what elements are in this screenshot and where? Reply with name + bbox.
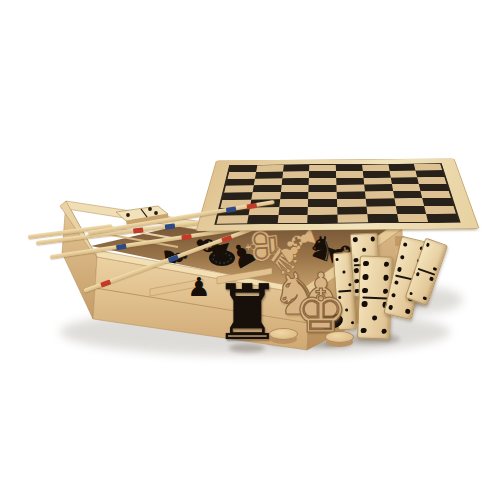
domino-pip bbox=[394, 280, 399, 285]
domino-pip bbox=[351, 321, 354, 324]
domino-pip bbox=[391, 292, 396, 297]
board-square bbox=[247, 215, 278, 223]
domino-pip bbox=[381, 329, 386, 334]
domino-pip bbox=[362, 247, 367, 252]
board-square bbox=[426, 213, 458, 221]
domino-pip bbox=[362, 288, 367, 293]
checkerboard-lid bbox=[196, 159, 480, 232]
domino-pip bbox=[363, 261, 368, 266]
domino-pip bbox=[362, 301, 367, 306]
box-left-face bbox=[62, 201, 97, 319]
domino-pip bbox=[433, 267, 438, 272]
domino-pip bbox=[397, 267, 402, 272]
domino-pip bbox=[335, 258, 338, 261]
domino-pip bbox=[405, 309, 410, 314]
domino-pip bbox=[423, 296, 428, 301]
board-grid bbox=[214, 163, 460, 224]
domino-pip bbox=[409, 291, 414, 296]
domino-pip bbox=[342, 271, 345, 274]
domino-pip bbox=[354, 268, 359, 273]
product-photo-games-box: ♟♝♟♚♛♝♟♞♝ ♟ ♜♞♟♚ bbox=[0, 0, 500, 500]
domino-pip bbox=[402, 242, 407, 247]
board-square bbox=[308, 207, 338, 215]
domino-pip bbox=[399, 254, 404, 259]
domino-pip bbox=[353, 237, 358, 242]
domino-pip bbox=[383, 275, 388, 280]
board-square bbox=[278, 207, 308, 215]
board-square bbox=[307, 214, 337, 222]
board-square bbox=[366, 206, 396, 214]
domino-pip bbox=[372, 315, 377, 320]
domino-pip bbox=[415, 272, 420, 277]
piece-in-box: ♟ bbox=[187, 272, 210, 302]
board-square bbox=[367, 214, 398, 222]
domino-divider bbox=[362, 296, 387, 299]
board-square bbox=[277, 215, 308, 223]
domino-pip bbox=[384, 262, 389, 267]
checker-natural-2 bbox=[325, 331, 354, 343]
board-square bbox=[337, 206, 367, 214]
board-square bbox=[248, 207, 279, 215]
domino-pip bbox=[363, 274, 368, 279]
domino-pip bbox=[429, 277, 434, 282]
board-square bbox=[397, 214, 429, 222]
domino-pip bbox=[388, 305, 393, 310]
board-square bbox=[217, 215, 249, 223]
domino-pip bbox=[426, 243, 431, 248]
domino-pip bbox=[370, 237, 375, 242]
board-square bbox=[337, 214, 367, 222]
domino-pip bbox=[354, 258, 359, 263]
checker-natural-1 bbox=[269, 328, 298, 340]
pawn-over-rim: ♟ bbox=[187, 272, 210, 302]
domino-pip bbox=[361, 328, 366, 333]
